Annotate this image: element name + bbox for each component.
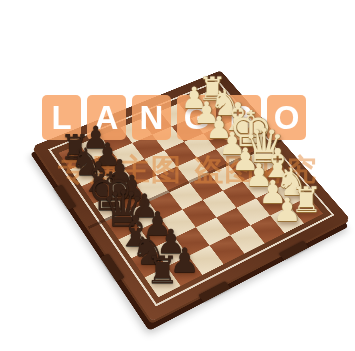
brand-letter-tile: N bbox=[132, 95, 171, 140]
brand-letter-tile: L bbox=[42, 95, 81, 140]
product-photo: ♜♞♝♛♚♝♞♜♟♟♟♟♟♟♟♟♟♟♟♟♟♟♟♟♜♞♝♛♚♝♞♜ LANGBO … bbox=[0, 0, 355, 351]
brand-letter-tile: O bbox=[267, 95, 306, 140]
brand-letter-tile: A bbox=[87, 95, 126, 140]
watermark-brand: LANGBO bbox=[42, 95, 306, 140]
clasp-tab bbox=[100, 254, 125, 282]
brand-letter-tile: B bbox=[222, 95, 261, 140]
watermark-cjk-text: 专属主图 盗图必究 bbox=[58, 150, 317, 191]
clasp-tab bbox=[278, 241, 308, 261]
clasp-tab bbox=[198, 281, 230, 302]
brand-letter-tile: G bbox=[177, 95, 216, 140]
